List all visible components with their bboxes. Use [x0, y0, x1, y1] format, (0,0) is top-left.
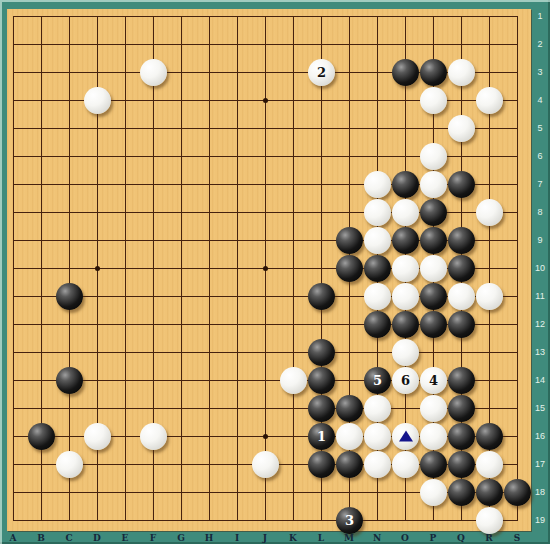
column-label: B	[34, 532, 48, 544]
white-stone	[364, 451, 391, 478]
row-label: 4	[532, 94, 548, 106]
row-label: 7	[532, 178, 548, 190]
row-label: 15	[532, 402, 548, 414]
column-label: O	[398, 532, 412, 544]
white-stone	[392, 199, 419, 226]
black-stone	[56, 367, 83, 394]
star-point	[95, 266, 100, 271]
black-stone	[448, 423, 475, 450]
black-stone	[336, 451, 363, 478]
black-stone	[392, 311, 419, 338]
grid-line	[13, 520, 518, 521]
black-stone: 1	[308, 423, 335, 450]
black-stone	[392, 171, 419, 198]
black-stone: 5	[364, 367, 391, 394]
row-label: 5	[532, 122, 548, 134]
column-label: K	[286, 532, 300, 544]
black-stone	[308, 339, 335, 366]
row-label: 8	[532, 206, 548, 218]
go-board[interactable]: 256413	[7, 9, 531, 531]
black-stone	[392, 59, 419, 86]
white-stone	[476, 507, 503, 534]
row-label: 6	[532, 150, 548, 162]
star-point	[263, 98, 268, 103]
white-stone	[364, 423, 391, 450]
move-number-label: 5	[373, 374, 382, 387]
go-board-window: 256413 ABCDEFGHIJKLMNOPQRS 1234567891011…	[0, 0, 550, 544]
white-stone	[84, 87, 111, 114]
column-label: G	[174, 532, 188, 544]
black-stone	[364, 311, 391, 338]
star-point	[263, 266, 268, 271]
white-stone	[140, 59, 167, 86]
white-stone	[364, 171, 391, 198]
grid-line	[293, 16, 294, 521]
black-stone	[448, 227, 475, 254]
column-label: D	[90, 532, 104, 544]
row-label: 14	[532, 374, 548, 386]
black-stone: 3	[336, 507, 363, 534]
white-stone	[392, 451, 419, 478]
white-stone	[336, 423, 363, 450]
row-label: 16	[532, 430, 548, 442]
black-stone	[448, 311, 475, 338]
black-stone	[420, 283, 447, 310]
black-stone	[476, 479, 503, 506]
black-stone	[56, 283, 83, 310]
white-stone	[420, 479, 447, 506]
white-stone	[140, 423, 167, 450]
column-label: P	[426, 532, 440, 544]
move-number-label: 3	[345, 514, 354, 527]
row-label: 11	[532, 290, 548, 302]
white-stone	[364, 199, 391, 226]
white-stone	[392, 423, 419, 450]
white-stone	[364, 395, 391, 422]
row-label: 18	[532, 486, 548, 498]
white-stone	[392, 283, 419, 310]
move-number-label: 2	[317, 66, 326, 79]
white-stone	[84, 423, 111, 450]
black-stone	[420, 199, 447, 226]
white-stone	[448, 59, 475, 86]
black-stone	[308, 283, 335, 310]
column-label: A	[6, 532, 20, 544]
black-stone	[448, 451, 475, 478]
black-stone	[448, 367, 475, 394]
star-point	[263, 434, 268, 439]
black-stone	[420, 311, 447, 338]
white-stone	[476, 199, 503, 226]
black-stone	[392, 227, 419, 254]
row-label: 17	[532, 458, 548, 470]
white-stone	[420, 395, 447, 422]
black-stone	[308, 395, 335, 422]
column-label: S	[510, 532, 524, 544]
white-stone	[252, 451, 279, 478]
black-stone	[308, 451, 335, 478]
black-stone	[448, 255, 475, 282]
black-stone	[364, 255, 391, 282]
white-stone	[420, 171, 447, 198]
white-stone	[420, 255, 447, 282]
white-stone	[476, 87, 503, 114]
column-label: Q	[454, 532, 468, 544]
white-stone	[420, 143, 447, 170]
column-label: I	[230, 532, 244, 544]
black-stone	[336, 255, 363, 282]
grid-line	[13, 352, 518, 353]
move-number-label: 1	[317, 430, 326, 443]
white-stone: 2	[308, 59, 335, 86]
white-stone	[364, 283, 391, 310]
move-number-label: 4	[429, 374, 438, 387]
white-stone	[448, 115, 475, 142]
white-stone	[392, 339, 419, 366]
column-label: E	[118, 532, 132, 544]
column-label: H	[202, 532, 216, 544]
grid-line	[517, 16, 518, 521]
column-label: J	[258, 532, 272, 544]
white-stone	[476, 283, 503, 310]
row-label: 19	[532, 514, 548, 526]
white-stone	[420, 87, 447, 114]
white-stone	[364, 227, 391, 254]
white-stone	[448, 283, 475, 310]
black-stone	[420, 59, 447, 86]
black-stone	[448, 479, 475, 506]
white-stone	[280, 367, 307, 394]
column-label: L	[314, 532, 328, 544]
row-label: 9	[532, 234, 548, 246]
row-label: 10	[532, 262, 548, 274]
black-stone	[504, 479, 531, 506]
black-stone	[476, 423, 503, 450]
black-stone	[336, 227, 363, 254]
row-label: 3	[532, 66, 548, 78]
black-stone	[420, 227, 447, 254]
black-stone	[448, 395, 475, 422]
column-label: N	[370, 532, 384, 544]
white-stone	[56, 451, 83, 478]
black-stone	[448, 171, 475, 198]
column-label: M	[342, 532, 356, 544]
triangle-marker	[399, 430, 413, 441]
white-stone: 4	[420, 367, 447, 394]
row-label: 2	[532, 38, 548, 50]
move-number-label: 6	[401, 374, 410, 387]
white-stone	[392, 255, 419, 282]
white-stone: 6	[392, 367, 419, 394]
black-stone	[28, 423, 55, 450]
black-stone	[420, 451, 447, 478]
black-stone	[336, 395, 363, 422]
white-stone	[420, 423, 447, 450]
column-label: F	[146, 532, 160, 544]
column-label: R	[482, 532, 496, 544]
row-label: 1	[532, 10, 548, 22]
white-stone	[476, 451, 503, 478]
row-label: 12	[532, 318, 548, 330]
black-stone	[308, 367, 335, 394]
row-label: 13	[532, 346, 548, 358]
column-label: C	[62, 532, 76, 544]
